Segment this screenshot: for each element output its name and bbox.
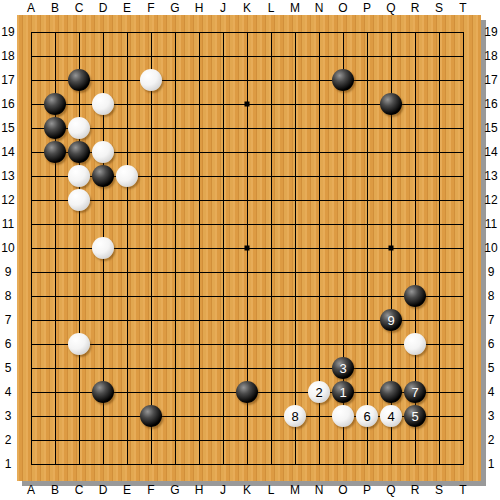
col-label-top-S: S: [435, 2, 443, 14]
row-label-right-11: 11: [485, 218, 497, 230]
row-label-left-18: 18: [1, 50, 14, 62]
col-label-bottom-A: A: [27, 484, 35, 496]
black-stone-Q4[interactable]: [380, 381, 402, 403]
row-label-right-13: 13: [484, 170, 497, 182]
black-stone-B16[interactable]: [44, 93, 66, 115]
black-stone-C14[interactable]: [68, 141, 90, 163]
row-label-right-10: 10: [484, 242, 497, 254]
white-stone-D16[interactable]: [92, 93, 114, 115]
white-stone-C6[interactable]: [68, 333, 90, 355]
black-stone-D13[interactable]: [92, 165, 114, 187]
white-stone-D14[interactable]: [92, 141, 114, 163]
col-label-bottom-R: R: [411, 484, 420, 496]
col-label-top-T: T: [459, 2, 466, 14]
row-label-right-16: 16: [484, 98, 497, 110]
move-number-8: 8: [291, 410, 298, 423]
black-stone-R3[interactable]: 5: [404, 405, 426, 427]
row-label-right-9: 9: [488, 266, 495, 278]
row-label-right-8: 8: [488, 290, 495, 302]
col-label-top-L: L: [268, 2, 275, 14]
col-label-bottom-H: H: [195, 484, 204, 496]
row-label-right-3: 3: [488, 410, 495, 422]
white-stone-P3[interactable]: 6: [356, 405, 378, 427]
move-number-4: 4: [387, 410, 394, 423]
col-label-top-C: C: [75, 2, 84, 14]
row-label-right-18: 18: [484, 50, 497, 62]
row-label-right-19: 19: [484, 26, 497, 38]
go-board-diagram: AABBCCDDEEFFGGHHJJKKLLMMNNOOPPQQRRSSTT19…: [0, 0, 500, 500]
row-label-left-2: 2: [5, 434, 12, 446]
black-stone-R8[interactable]: [404, 285, 426, 307]
col-label-top-Q: Q: [386, 2, 395, 14]
white-stone-C15[interactable]: [68, 117, 90, 139]
black-stone-K4[interactable]: [236, 381, 258, 403]
white-stone-Q3[interactable]: 4: [380, 405, 402, 427]
row-label-right-7: 7: [488, 314, 495, 326]
move-number-7: 7: [411, 386, 418, 399]
col-label-bottom-C: C: [75, 484, 84, 496]
col-label-top-O: O: [338, 2, 347, 14]
white-stone-F17[interactable]: [140, 69, 162, 91]
col-label-top-E: E: [123, 2, 131, 14]
col-label-top-N: N: [315, 2, 324, 14]
col-label-bottom-M: M: [290, 484, 300, 496]
white-stone-N4[interactable]: 2: [308, 381, 330, 403]
star-point-Q10: [389, 246, 394, 251]
white-stone-D10[interactable]: [92, 237, 114, 259]
white-stone-C12[interactable]: [68, 189, 90, 211]
black-stone-D4[interactable]: [92, 381, 114, 403]
row-label-left-9: 9: [5, 266, 12, 278]
white-stone-O3[interactable]: [332, 405, 354, 427]
col-label-bottom-Q: Q: [386, 484, 395, 496]
move-number-5: 5: [411, 410, 418, 423]
row-label-left-3: 3: [5, 410, 12, 422]
col-label-bottom-N: N: [315, 484, 324, 496]
col-label-bottom-G: G: [170, 484, 179, 496]
col-label-top-J: J: [220, 2, 226, 14]
black-stone-O5[interactable]: 3: [332, 357, 354, 379]
row-label-left-17: 17: [1, 74, 14, 86]
row-label-left-12: 12: [1, 194, 14, 206]
row-label-left-1: 1: [5, 458, 12, 470]
col-label-top-K: K: [243, 2, 251, 14]
col-label-bottom-K: K: [243, 484, 251, 496]
black-stone-R4[interactable]: 7: [404, 381, 426, 403]
col-label-bottom-T: T: [459, 484, 466, 496]
row-label-left-10: 10: [1, 242, 14, 254]
row-label-left-15: 15: [1, 122, 14, 134]
col-label-bottom-F: F: [147, 484, 154, 496]
col-label-top-M: M: [290, 2, 300, 14]
row-label-right-15: 15: [484, 122, 497, 134]
row-label-right-17: 17: [484, 74, 497, 86]
col-label-top-D: D: [99, 2, 108, 14]
col-label-bottom-E: E: [123, 484, 131, 496]
row-label-left-13: 13: [1, 170, 14, 182]
move-number-6: 6: [363, 410, 370, 423]
col-label-bottom-O: O: [338, 484, 347, 496]
black-stone-Q16[interactable]: [380, 93, 402, 115]
row-label-left-7: 7: [5, 314, 12, 326]
col-label-top-A: A: [27, 2, 35, 14]
black-stone-B14[interactable]: [44, 141, 66, 163]
col-label-bottom-L: L: [268, 484, 275, 496]
row-label-right-1: 1: [488, 458, 495, 470]
black-stone-O17[interactable]: [332, 69, 354, 91]
move-number-9: 9: [387, 314, 394, 327]
move-number-1: 1: [339, 386, 346, 399]
col-label-top-G: G: [170, 2, 179, 14]
black-stone-Q7[interactable]: 9: [380, 309, 402, 331]
black-stone-C17[interactable]: [68, 69, 90, 91]
row-label-left-14: 14: [1, 146, 14, 158]
col-label-top-P: P: [363, 2, 371, 14]
black-stone-B15[interactable]: [44, 117, 66, 139]
move-number-3: 3: [339, 362, 346, 375]
row-label-left-11: 11: [2, 218, 14, 230]
row-label-left-19: 19: [1, 26, 14, 38]
row-label-right-5: 5: [488, 362, 495, 374]
row-label-left-4: 4: [5, 386, 12, 398]
row-label-left-16: 16: [1, 98, 14, 110]
row-label-left-6: 6: [5, 338, 12, 350]
row-label-right-6: 6: [488, 338, 495, 350]
col-label-bottom-J: J: [220, 484, 226, 496]
white-stone-E13[interactable]: [116, 165, 138, 187]
white-stone-M3[interactable]: 8: [284, 405, 306, 427]
col-label-top-R: R: [411, 2, 420, 14]
row-label-right-2: 2: [488, 434, 495, 446]
black-stone-O4[interactable]: 1: [332, 381, 354, 403]
col-label-bottom-P: P: [363, 484, 371, 496]
star-point-K10: [245, 246, 250, 251]
row-label-right-4: 4: [488, 386, 495, 398]
white-stone-R6[interactable]: [404, 333, 426, 355]
col-label-top-F: F: [147, 2, 154, 14]
row-label-left-8: 8: [5, 290, 12, 302]
row-label-right-14: 14: [484, 146, 497, 158]
star-point-K16: [245, 102, 250, 107]
black-stone-F3[interactable]: [140, 405, 162, 427]
row-label-right-12: 12: [484, 194, 497, 206]
col-label-top-H: H: [195, 2, 204, 14]
row-label-left-5: 5: [5, 362, 12, 374]
white-stone-C13[interactable]: [68, 165, 90, 187]
move-number-2: 2: [315, 386, 322, 399]
col-label-bottom-D: D: [99, 484, 108, 496]
col-label-bottom-S: S: [435, 484, 443, 496]
col-label-bottom-B: B: [51, 484, 59, 496]
col-label-top-B: B: [51, 2, 59, 14]
